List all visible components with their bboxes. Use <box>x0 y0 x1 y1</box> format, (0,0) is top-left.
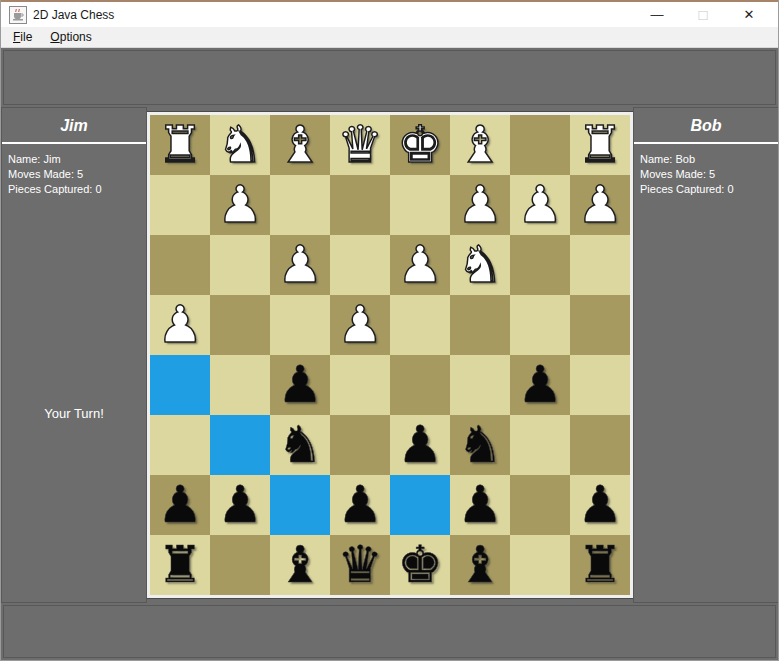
square-a5[interactable] <box>150 355 210 415</box>
bob-moves-line: Moves Made: 5 <box>640 167 772 182</box>
menu-options[interactable]: Options <box>44 28 97 46</box>
piece-white-pawn: ♟ <box>210 175 270 235</box>
square-c5[interactable]: ♟ <box>270 355 330 415</box>
java-app-icon <box>9 6 27 24</box>
square-h5[interactable] <box>570 355 630 415</box>
jim-captured-line: Pieces Captured: 0 <box>8 182 140 197</box>
square-g3[interactable] <box>510 235 570 295</box>
piece-white-bishop: ♝ <box>270 115 330 175</box>
square-b8[interactable] <box>210 535 270 595</box>
piece-black-queen: ♛ <box>330 535 390 595</box>
piece-black-king: ♚ <box>390 535 450 595</box>
jim-moves-line: Moves Made: 5 <box>8 167 140 182</box>
bob-captured-line: Pieces Captured: 0 <box>640 182 772 197</box>
menu-file[interactable]: File <box>7 28 38 46</box>
minimize-button[interactable]: — <box>634 2 680 27</box>
square-e5[interactable] <box>390 355 450 415</box>
square-b2[interactable]: ♟ <box>210 175 270 235</box>
square-a1[interactable]: ♜ <box>150 115 210 175</box>
bob-name-line: Name: Bob <box>640 152 772 167</box>
jim-name-line: Name: Jim <box>8 152 140 167</box>
middle-row: Jim Name: Jim Moves Made: 5 Pieces Captu… <box>1 107 778 603</box>
piece-white-queen: ♛ <box>330 115 390 175</box>
menu-bar: File Options <box>1 27 778 48</box>
square-h4[interactable] <box>570 295 630 355</box>
square-e4[interactable] <box>390 295 450 355</box>
piece-white-rook: ♜ <box>150 115 210 175</box>
piece-black-bishop: ♝ <box>450 535 510 595</box>
square-d4[interactable]: ♟ <box>330 295 390 355</box>
square-f1[interactable]: ♝ <box>450 115 510 175</box>
piece-black-rook: ♜ <box>570 535 630 595</box>
piece-black-pawn: ♟ <box>150 475 210 535</box>
square-d5[interactable] <box>330 355 390 415</box>
square-b7[interactable]: ♟ <box>210 475 270 535</box>
square-a8[interactable]: ♜ <box>150 535 210 595</box>
board-area: ♜♞♝♛♚♝♜♟♟♟♟♟♟♞♟♟♟♟♞♟♞♟♟♟♟♟♜♝♛♚♝♜ <box>147 107 633 603</box>
piece-white-pawn: ♟ <box>390 235 450 295</box>
square-f2[interactable]: ♟ <box>450 175 510 235</box>
square-h3[interactable] <box>570 235 630 295</box>
piece-black-pawn: ♟ <box>270 355 330 415</box>
player-panel-bob: Bob Name: Bob Moves Made: 5 Pieces Captu… <box>633 107 779 603</box>
piece-black-pawn: ♟ <box>570 475 630 535</box>
square-b4[interactable] <box>210 295 270 355</box>
title-bar: 2D Java Chess — □ ✕ <box>1 0 778 27</box>
player-jim-header: Jim <box>2 108 146 144</box>
piece-black-bishop: ♝ <box>270 535 330 595</box>
piece-black-knight: ♞ <box>450 415 510 475</box>
square-e1[interactable]: ♚ <box>390 115 450 175</box>
square-b6[interactable] <box>210 415 270 475</box>
square-c8[interactable]: ♝ <box>270 535 330 595</box>
piece-white-pawn: ♟ <box>570 175 630 235</box>
window-title: 2D Java Chess <box>33 8 114 22</box>
piece-white-rook: ♜ <box>570 115 630 175</box>
square-a2[interactable] <box>150 175 210 235</box>
square-b5[interactable] <box>210 355 270 415</box>
piece-white-knight: ♞ <box>210 115 270 175</box>
square-h6[interactable] <box>570 415 630 475</box>
coffee-cup-icon <box>12 8 25 21</box>
square-c6[interactable]: ♞ <box>270 415 330 475</box>
piece-black-pawn: ♟ <box>450 475 510 535</box>
piece-black-pawn: ♟ <box>210 475 270 535</box>
square-h2[interactable]: ♟ <box>570 175 630 235</box>
square-a4[interactable]: ♟ <box>150 295 210 355</box>
chess-board: ♜♞♝♛♚♝♜♟♟♟♟♟♟♞♟♟♟♟♞♟♞♟♟♟♟♟♜♝♛♚♝♜ <box>147 112 633 598</box>
piece-black-pawn: ♟ <box>330 475 390 535</box>
square-f8[interactable]: ♝ <box>450 535 510 595</box>
piece-white-pawn: ♟ <box>270 235 330 295</box>
piece-white-pawn: ♟ <box>150 295 210 355</box>
square-c2[interactable] <box>270 175 330 235</box>
square-g2[interactable]: ♟ <box>510 175 570 235</box>
piece-white-pawn: ♟ <box>450 175 510 235</box>
square-h7[interactable]: ♟ <box>570 475 630 535</box>
square-d2[interactable] <box>330 175 390 235</box>
square-e3[interactable]: ♟ <box>390 235 450 295</box>
player-bob-info: Name: Bob Moves Made: 5 Pieces Captured:… <box>634 144 778 205</box>
square-d7[interactable]: ♟ <box>330 475 390 535</box>
piece-white-bishop: ♝ <box>450 115 510 175</box>
piece-white-knight: ♞ <box>450 235 510 295</box>
square-c3[interactable]: ♟ <box>270 235 330 295</box>
square-d3[interactable] <box>330 235 390 295</box>
piece-white-pawn: ♟ <box>510 175 570 235</box>
main-area: Jim Name: Jim Moves Made: 5 Pieces Captu… <box>1 48 778 660</box>
square-f7[interactable]: ♟ <box>450 475 510 535</box>
piece-black-rook: ♜ <box>150 535 210 595</box>
square-a3[interactable] <box>150 235 210 295</box>
square-e8[interactable]: ♚ <box>390 535 450 595</box>
square-f3[interactable]: ♞ <box>450 235 510 295</box>
square-d6[interactable] <box>330 415 390 475</box>
square-f5[interactable] <box>450 355 510 415</box>
square-e7[interactable] <box>390 475 450 535</box>
player-panel-jim: Jim Name: Jim Moves Made: 5 Pieces Captu… <box>1 107 147 603</box>
square-c4[interactable] <box>270 295 330 355</box>
square-a6[interactable] <box>150 415 210 475</box>
square-g1[interactable] <box>510 115 570 175</box>
square-c7[interactable] <box>270 475 330 535</box>
turn-status: Your Turn! <box>2 406 146 421</box>
piece-black-pawn: ♟ <box>510 355 570 415</box>
piece-white-pawn: ♟ <box>330 295 390 355</box>
maximize-button[interactable]: □ <box>680 2 726 27</box>
square-g6[interactable] <box>510 415 570 475</box>
square-b1[interactable]: ♞ <box>210 115 270 175</box>
square-g7[interactable] <box>510 475 570 535</box>
square-b3[interactable] <box>210 235 270 295</box>
square-g5[interactable]: ♟ <box>510 355 570 415</box>
app-window: 2D Java Chess — □ ✕ File Options Jim Nam… <box>0 0 779 661</box>
square-c1[interactable]: ♝ <box>270 115 330 175</box>
square-h8[interactable]: ♜ <box>570 535 630 595</box>
square-h1[interactable]: ♜ <box>570 115 630 175</box>
square-g4[interactable] <box>510 295 570 355</box>
close-button[interactable]: ✕ <box>726 2 772 27</box>
top-panel <box>3 50 776 105</box>
square-a7[interactable]: ♟ <box>150 475 210 535</box>
bottom-panel <box>3 605 776 658</box>
square-e2[interactable] <box>390 175 450 235</box>
player-jim-info: Name: Jim Moves Made: 5 Pieces Captured:… <box>2 144 146 205</box>
piece-black-knight: ♞ <box>270 415 330 475</box>
square-d1[interactable]: ♛ <box>330 115 390 175</box>
piece-white-king: ♚ <box>390 115 450 175</box>
square-g8[interactable] <box>510 535 570 595</box>
square-e6[interactable]: ♟ <box>390 415 450 475</box>
square-f6[interactable]: ♞ <box>450 415 510 475</box>
square-f4[interactable] <box>450 295 510 355</box>
piece-black-pawn: ♟ <box>390 415 450 475</box>
player-bob-header: Bob <box>634 108 778 144</box>
square-d8[interactable]: ♛ <box>330 535 390 595</box>
